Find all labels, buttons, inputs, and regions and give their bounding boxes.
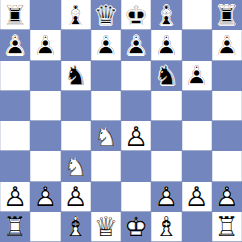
square-h3[interactable] bbox=[212, 151, 242, 181]
square-a6[interactable] bbox=[0, 61, 30, 91]
piece-white-pawn[interactable]: ♟♙ bbox=[182, 182, 212, 212]
piece-white-pawn[interactable]: ♟♙ bbox=[30, 182, 60, 212]
square-h5[interactable] bbox=[212, 91, 242, 121]
piece-black-pawn[interactable]: ♟♙ bbox=[212, 30, 242, 60]
piece-outline-glyph: ♕ bbox=[91, 0, 121, 30]
piece-outline-glyph: ♙ bbox=[212, 30, 242, 60]
piece-black-rook[interactable]: ♜♖ bbox=[0, 0, 30, 30]
piece-black-bishop[interactable]: ♝♗ bbox=[151, 0, 181, 30]
piece-white-knight[interactable]: ♞♘ bbox=[61, 151, 91, 181]
piece-outline-glyph: ♙ bbox=[121, 121, 151, 151]
piece-black-pawn[interactable]: ♟♙ bbox=[121, 30, 151, 60]
square-d6[interactable] bbox=[91, 61, 121, 91]
square-a2[interactable]: ♟♙ bbox=[0, 182, 30, 212]
piece-outline-glyph: ♙ bbox=[151, 182, 181, 212]
square-e2[interactable] bbox=[121, 182, 151, 212]
square-h1[interactable]: ♜♖ bbox=[212, 212, 242, 242]
piece-outline-glyph: ♘ bbox=[61, 61, 91, 91]
square-h6[interactable] bbox=[212, 61, 242, 91]
piece-white-pawn[interactable]: ♟♙ bbox=[212, 182, 242, 212]
square-a7[interactable]: ♟♙ bbox=[0, 30, 30, 60]
piece-black-rook[interactable]: ♜♖ bbox=[212, 0, 242, 30]
piece-outline-glyph: ♙ bbox=[121, 30, 151, 60]
piece-white-pawn[interactable]: ♟♙ bbox=[0, 182, 30, 212]
piece-black-pawn[interactable]: ♟♙ bbox=[91, 30, 121, 60]
piece-white-pawn[interactable]: ♟♙ bbox=[121, 121, 151, 151]
square-e7[interactable]: ♟♙ bbox=[121, 30, 151, 60]
square-b3[interactable] bbox=[30, 151, 60, 181]
square-h7[interactable]: ♟♙ bbox=[212, 30, 242, 60]
piece-white-bishop[interactable]: ♝♗ bbox=[151, 212, 181, 242]
square-c8[interactable]: ♝♗ bbox=[61, 0, 91, 30]
square-f1[interactable]: ♝♗ bbox=[151, 212, 181, 242]
square-b8[interactable] bbox=[30, 0, 60, 30]
square-a8[interactable]: ♜♖ bbox=[0, 0, 30, 30]
piece-outline-glyph: ♔ bbox=[121, 212, 151, 242]
piece-black-knight[interactable]: ♞♘ bbox=[151, 61, 181, 91]
square-g8[interactable] bbox=[182, 0, 212, 30]
piece-outline-glyph: ♘ bbox=[61, 151, 91, 181]
piece-outline-glyph: ♙ bbox=[61, 182, 91, 212]
square-d8[interactable]: ♛♕ bbox=[91, 0, 121, 30]
square-f5[interactable] bbox=[151, 91, 181, 121]
piece-black-pawn[interactable]: ♟♙ bbox=[0, 30, 30, 60]
square-e1[interactable]: ♚♔ bbox=[121, 212, 151, 242]
square-e6[interactable] bbox=[121, 61, 151, 91]
square-f8[interactable]: ♝♗ bbox=[151, 0, 181, 30]
square-e5[interactable] bbox=[121, 91, 151, 121]
square-a1[interactable]: ♜♖ bbox=[0, 212, 30, 242]
square-g2[interactable]: ♟♙ bbox=[182, 182, 212, 212]
piece-outline-glyph: ♙ bbox=[151, 30, 181, 60]
square-c3[interactable]: ♞♘ bbox=[61, 151, 91, 181]
piece-outline-glyph: ♙ bbox=[91, 30, 121, 60]
square-d2[interactable] bbox=[91, 182, 121, 212]
piece-black-king[interactable]: ♚♔ bbox=[121, 0, 151, 30]
square-f2[interactable]: ♟♙ bbox=[151, 182, 181, 212]
square-b4[interactable] bbox=[30, 121, 60, 151]
square-h8[interactable]: ♜♖ bbox=[212, 0, 242, 30]
square-g6[interactable]: ♟♙ bbox=[182, 61, 212, 91]
square-f4[interactable] bbox=[151, 121, 181, 151]
piece-outline-glyph: ♖ bbox=[212, 0, 242, 30]
square-a5[interactable] bbox=[0, 91, 30, 121]
piece-outline-glyph: ♙ bbox=[212, 182, 242, 212]
square-e8[interactable]: ♚♔ bbox=[121, 0, 151, 30]
square-a4[interactable] bbox=[0, 121, 30, 151]
square-h4[interactable] bbox=[212, 121, 242, 151]
piece-white-pawn[interactable]: ♟♙ bbox=[61, 182, 91, 212]
piece-outline-glyph: ♙ bbox=[0, 30, 30, 60]
square-c1[interactable]: ♝♗ bbox=[61, 212, 91, 242]
square-f7[interactable]: ♟♙ bbox=[151, 30, 181, 60]
square-d4[interactable]: ♞♘ bbox=[91, 121, 121, 151]
square-c5[interactable] bbox=[61, 91, 91, 121]
piece-black-pawn[interactable]: ♟♙ bbox=[182, 61, 212, 91]
square-e3[interactable] bbox=[121, 151, 151, 181]
piece-outline-glyph: ♙ bbox=[0, 182, 30, 212]
square-d7[interactable]: ♟♙ bbox=[91, 30, 121, 60]
piece-outline-glyph: ♕ bbox=[91, 212, 121, 242]
square-d3[interactable] bbox=[91, 151, 121, 181]
piece-outline-glyph: ♖ bbox=[212, 212, 242, 242]
chess-board: ♜♖♝♗♛♕♚♔♝♗♜♖♟♙♟♙♟♙♟♙♟♙♟♙♞♘♞♘♟♙♞♘♟♙♞♘♟♙♟♙… bbox=[0, 0, 242, 242]
piece-outline-glyph: ♘ bbox=[91, 121, 121, 151]
piece-white-queen[interactable]: ♛♕ bbox=[91, 212, 121, 242]
piece-black-bishop[interactable]: ♝♗ bbox=[61, 0, 91, 30]
square-g3[interactable] bbox=[182, 151, 212, 181]
piece-outline-glyph: ♗ bbox=[61, 0, 91, 30]
square-a3[interactable] bbox=[0, 151, 30, 181]
square-c4[interactable] bbox=[61, 121, 91, 151]
square-g7[interactable] bbox=[182, 30, 212, 60]
piece-outline-glyph: ♖ bbox=[0, 212, 30, 242]
square-b7[interactable]: ♟♙ bbox=[30, 30, 60, 60]
square-f6[interactable]: ♞♘ bbox=[151, 61, 181, 91]
piece-black-pawn[interactable]: ♟♙ bbox=[30, 30, 60, 60]
piece-white-bishop[interactable]: ♝♗ bbox=[61, 212, 91, 242]
square-c7[interactable] bbox=[61, 30, 91, 60]
piece-outline-glyph: ♙ bbox=[30, 30, 60, 60]
square-g1[interactable] bbox=[182, 212, 212, 242]
square-c2[interactable]: ♟♙ bbox=[61, 182, 91, 212]
piece-outline-glyph: ♔ bbox=[121, 0, 151, 30]
square-c6[interactable]: ♞♘ bbox=[61, 61, 91, 91]
piece-black-pawn[interactable]: ♟♙ bbox=[151, 30, 181, 60]
square-b2[interactable]: ♟♙ bbox=[30, 182, 60, 212]
square-f3[interactable] bbox=[151, 151, 181, 181]
piece-white-rook[interactable]: ♜♖ bbox=[0, 212, 30, 242]
piece-white-rook[interactable]: ♜♖ bbox=[212, 212, 242, 242]
piece-black-queen[interactable]: ♛♕ bbox=[91, 0, 121, 30]
square-g4[interactable] bbox=[182, 121, 212, 151]
piece-outline-glyph: ♗ bbox=[151, 212, 181, 242]
square-b6[interactable] bbox=[30, 61, 60, 91]
square-e4[interactable]: ♟♙ bbox=[121, 121, 151, 151]
piece-outline-glyph: ♙ bbox=[182, 182, 212, 212]
piece-white-king[interactable]: ♚♔ bbox=[121, 212, 151, 242]
piece-outline-glyph: ♙ bbox=[182, 61, 212, 91]
piece-outline-glyph: ♖ bbox=[0, 0, 30, 30]
square-b1[interactable] bbox=[30, 212, 60, 242]
square-d5[interactable] bbox=[91, 91, 121, 121]
piece-outline-glyph: ♘ bbox=[151, 61, 181, 91]
square-h2[interactable]: ♟♙ bbox=[212, 182, 242, 212]
piece-outline-glyph: ♗ bbox=[61, 212, 91, 242]
piece-white-pawn[interactable]: ♟♙ bbox=[151, 182, 181, 212]
square-d1[interactable]: ♛♕ bbox=[91, 212, 121, 242]
square-b5[interactable] bbox=[30, 91, 60, 121]
piece-outline-glyph: ♗ bbox=[151, 0, 181, 30]
piece-outline-glyph: ♙ bbox=[30, 182, 60, 212]
piece-white-knight[interactable]: ♞♘ bbox=[91, 121, 121, 151]
piece-black-knight[interactable]: ♞♘ bbox=[61, 61, 91, 91]
square-g5[interactable] bbox=[182, 91, 212, 121]
